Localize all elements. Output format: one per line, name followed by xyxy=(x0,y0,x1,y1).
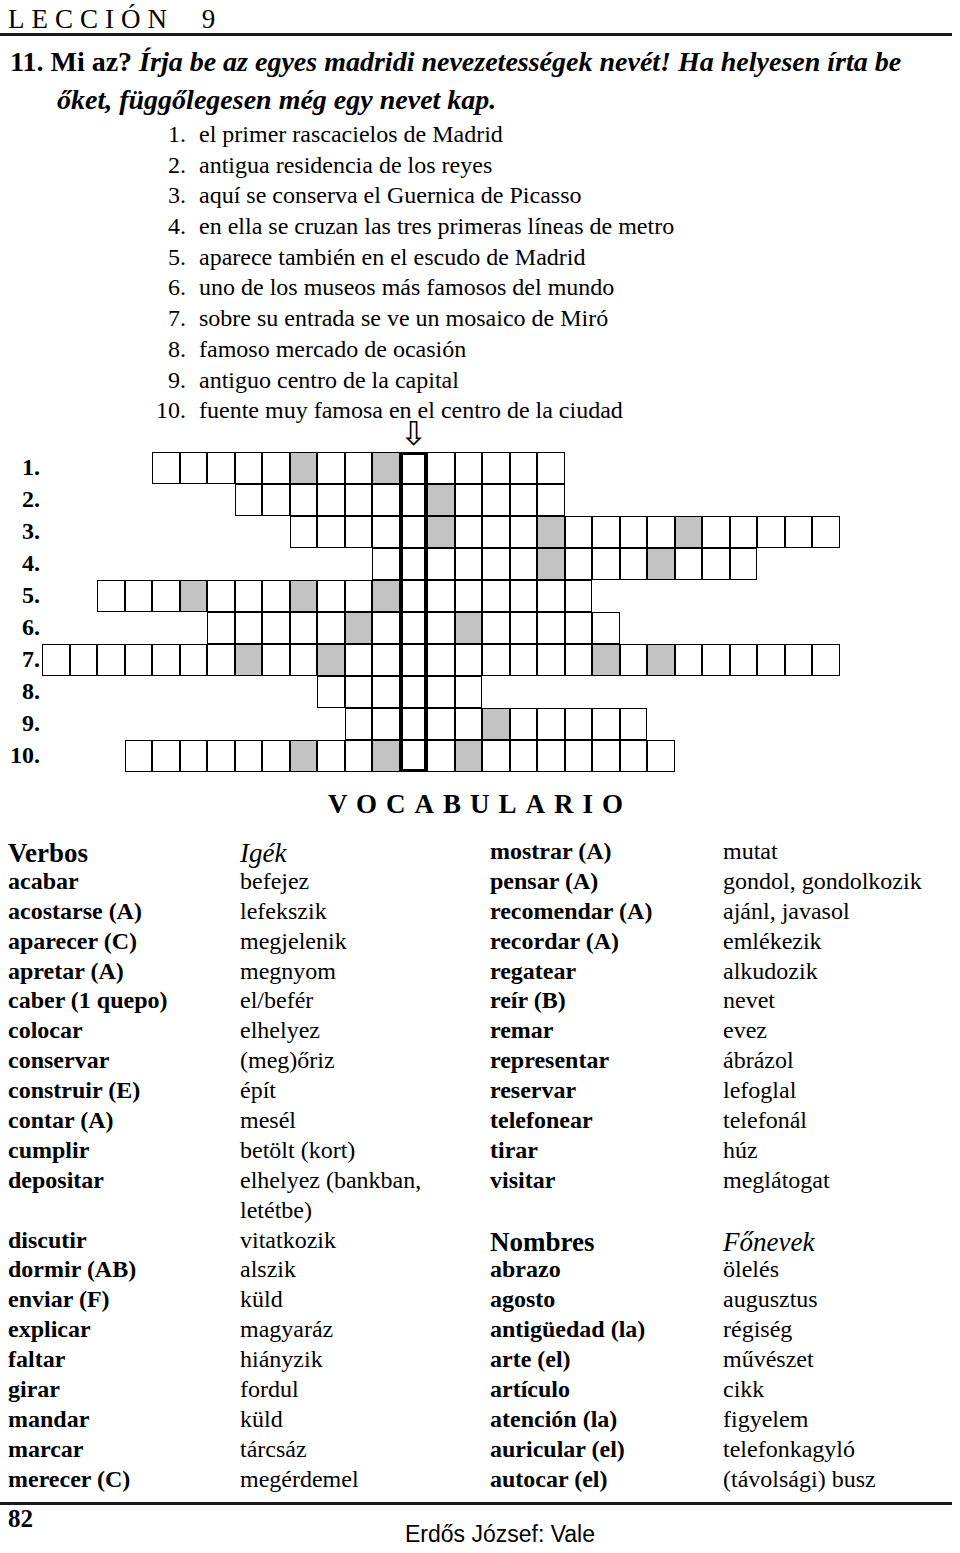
vocab-hu: hiányzik xyxy=(240,1346,323,1373)
grid-cell[interactable] xyxy=(262,484,290,516)
grid-cell[interactable] xyxy=(317,612,345,644)
gray-cell[interactable] xyxy=(290,740,318,772)
vocabulario-heading: VOCABULARIO xyxy=(0,789,960,820)
clues-list: 1.el primer rascacielos de Madrid2.antig… xyxy=(130,121,674,428)
grid-cell[interactable] xyxy=(290,644,318,676)
grid-cell[interactable] xyxy=(675,644,703,676)
grid-cell[interactable] xyxy=(565,740,593,772)
grid-cell[interactable] xyxy=(317,740,345,772)
gray-cell[interactable] xyxy=(372,452,400,484)
clue-number: 6. xyxy=(130,274,186,301)
grid-cell[interactable] xyxy=(565,580,593,612)
solution-cell[interactable] xyxy=(400,708,428,740)
gray-cell[interactable] xyxy=(537,516,565,548)
clue-text: aparece también en el escudo de Madrid xyxy=(199,244,585,270)
grid-cell[interactable] xyxy=(345,676,373,708)
grid-cell[interactable] xyxy=(455,516,483,548)
vocab-hu: augusztus xyxy=(723,1286,818,1313)
clue-text: aquí se conserva el Guernica de Picasso xyxy=(199,182,582,208)
grid-cell[interactable] xyxy=(455,452,483,484)
vocab-hu: ábrázol xyxy=(723,1047,794,1074)
vocab-es: marcar xyxy=(8,1436,84,1463)
grid-cell[interactable] xyxy=(427,612,455,644)
vocab-es: regatear xyxy=(490,958,576,985)
vocab-hu: (meg)őriz xyxy=(240,1047,335,1074)
grid-cell[interactable] xyxy=(620,708,648,740)
grid-cell[interactable] xyxy=(510,452,538,484)
gray-cell[interactable] xyxy=(235,644,263,676)
gray-cell[interactable] xyxy=(345,612,373,644)
vocab-es: acostarse (A) xyxy=(8,898,142,925)
vocab-hu: lefoglal xyxy=(723,1077,796,1104)
grid-cell[interactable] xyxy=(482,740,510,772)
grid-cell[interactable] xyxy=(290,612,318,644)
vocab-es: Nombres xyxy=(490,1227,595,1258)
vocab-hu: evez xyxy=(723,1017,767,1044)
grid-cell[interactable] xyxy=(537,612,565,644)
grid-cell[interactable] xyxy=(427,740,455,772)
vocab-es: autocar (el) xyxy=(490,1466,608,1493)
grid-cell[interactable] xyxy=(235,740,263,772)
vocab-es: visitar xyxy=(490,1167,555,1194)
vocab-hu: magyaráz xyxy=(240,1316,333,1343)
grid-cell[interactable] xyxy=(372,644,400,676)
grid-cell[interactable] xyxy=(757,644,785,676)
vocab-es: reservar xyxy=(490,1077,576,1104)
grid-cell[interactable] xyxy=(647,516,675,548)
grid-cell[interactable] xyxy=(537,452,565,484)
grid-cell[interactable] xyxy=(207,644,235,676)
grid-cell[interactable] xyxy=(180,452,208,484)
clue-text: uno de los museos más famosos del mundo xyxy=(199,274,614,300)
grid-cell[interactable] xyxy=(757,516,785,548)
clue-number: 10. xyxy=(130,397,186,424)
solution-cell[interactable] xyxy=(400,612,428,644)
vocab-es: acabar xyxy=(8,868,79,895)
vocab-hu: cikk xyxy=(723,1376,764,1403)
clue-number: 8. xyxy=(130,336,186,363)
footer-rule xyxy=(0,1502,952,1505)
grid-cell[interactable] xyxy=(235,484,263,516)
vocab-es: enviar (F) xyxy=(8,1286,110,1313)
grid-cell[interactable] xyxy=(730,548,758,580)
grid-cell[interactable] xyxy=(537,484,565,516)
gray-cell[interactable] xyxy=(455,740,483,772)
grid-cell[interactable] xyxy=(427,452,455,484)
grid-cell[interactable] xyxy=(482,612,510,644)
vocab-hu: telefonál xyxy=(723,1107,807,1134)
grid-cell[interactable] xyxy=(702,548,730,580)
vocab-es: discutir xyxy=(8,1227,87,1254)
vocab-hu: mutat xyxy=(723,838,778,865)
vocab-es: mostrar (A) xyxy=(490,838,612,865)
grid-cell[interactable] xyxy=(152,580,180,612)
grid-cell[interactable] xyxy=(372,548,400,580)
grid-cell[interactable] xyxy=(317,580,345,612)
vocab-hu: el/befér xyxy=(240,987,313,1014)
grid-cell[interactable] xyxy=(482,644,510,676)
gray-cell[interactable] xyxy=(455,612,483,644)
clue-line: 7.sobre su entrada se ve un mosaico de M… xyxy=(130,305,674,336)
clue-text: en ella se cruzan las tres primeras líne… xyxy=(199,213,674,239)
grid-cell[interactable] xyxy=(427,644,455,676)
grid-cell[interactable] xyxy=(97,580,125,612)
vocab-es: dormir (AB) xyxy=(8,1256,136,1283)
vocab-hu: telefonkagyló xyxy=(723,1436,855,1463)
vocab-es: caber (1 quepo) xyxy=(8,987,168,1014)
gray-cell[interactable] xyxy=(427,484,455,516)
grid-cell[interactable] xyxy=(730,516,758,548)
gray-cell[interactable] xyxy=(647,548,675,580)
grid-cell[interactable] xyxy=(152,452,180,484)
vocab-hu: figyelem xyxy=(723,1406,808,1433)
vocab-es: atención (la) xyxy=(490,1406,617,1433)
vocab-es: abrazo xyxy=(490,1256,561,1283)
grid-cell[interactable] xyxy=(620,548,648,580)
solution-cell[interactable] xyxy=(400,676,428,708)
task-instruction-line1: Írja be az egyes madridi nevezetességek … xyxy=(139,46,901,77)
down-arrow-icon: ⇩ xyxy=(399,417,428,450)
clue-number: 4. xyxy=(130,213,186,240)
lesson-header: LECCIÓN 9 xyxy=(8,4,222,35)
grid-cell[interactable] xyxy=(235,452,263,484)
clue-line: 4.en ella se cruzan las tres primeras lí… xyxy=(130,213,674,244)
grid-cell[interactable] xyxy=(152,644,180,676)
grid-cell[interactable] xyxy=(510,644,538,676)
row-label: 7. xyxy=(0,646,40,673)
clue-line: 5.aparece también en el escudo de Madrid xyxy=(130,244,674,275)
vocab-es: depositar xyxy=(8,1167,104,1194)
clue-number: 1. xyxy=(130,121,186,148)
grid-cell[interactable] xyxy=(592,740,620,772)
grid-cell[interactable] xyxy=(42,644,70,676)
clue-line: 6.uno de los museos más famosos del mund… xyxy=(130,274,674,305)
grid-cell[interactable] xyxy=(675,548,703,580)
grid-cell[interactable] xyxy=(812,644,840,676)
vocab-hu: alkudozik xyxy=(723,958,818,985)
vocab-es: auricular (el) xyxy=(490,1436,625,1463)
grid-cell[interactable] xyxy=(290,516,318,548)
grid-cell[interactable] xyxy=(262,612,290,644)
grid-cell[interactable] xyxy=(565,644,593,676)
grid-cell[interactable] xyxy=(482,580,510,612)
grid-cell[interactable] xyxy=(565,548,593,580)
grid-cell[interactable] xyxy=(812,516,840,548)
clue-text: el primer rascacielos de Madrid xyxy=(199,121,503,147)
grid-cell[interactable] xyxy=(372,516,400,548)
vocab-es: cumplir xyxy=(8,1137,89,1164)
vocab-es: tirar xyxy=(490,1137,538,1164)
vocab-es: aparecer (C) xyxy=(8,928,137,955)
clue-number: 5. xyxy=(130,244,186,271)
solution-cell[interactable] xyxy=(400,548,428,580)
vocab-es: explicar xyxy=(8,1316,91,1343)
solution-cell[interactable] xyxy=(400,484,428,516)
clue-text: famoso mercado de ocasión xyxy=(199,336,466,362)
grid-cell[interactable] xyxy=(482,452,510,484)
vocab-es: recomendar (A) xyxy=(490,898,652,925)
row-label: 8. xyxy=(0,678,40,705)
grid-cell[interactable] xyxy=(207,452,235,484)
grid-cell[interactable] xyxy=(510,580,538,612)
grid-cell[interactable] xyxy=(537,644,565,676)
grid-cell[interactable] xyxy=(482,516,510,548)
row-label: 2. xyxy=(0,486,40,513)
vocab-hu: elhelyez (bankban, xyxy=(240,1167,421,1194)
grid-cell[interactable] xyxy=(180,644,208,676)
textbook-page: LECCIÓN 9 11. Mi az? Írja be az egyes ma… xyxy=(0,0,960,1553)
grid-cell[interactable] xyxy=(427,708,455,740)
vocab-hu: betölt (kort) xyxy=(240,1137,355,1164)
vocab-hu: emlékezik xyxy=(723,928,822,955)
gray-cell[interactable] xyxy=(537,548,565,580)
vocab-es: colocar xyxy=(8,1017,83,1044)
clue-line: 8.famoso mercado de ocasión xyxy=(130,336,674,367)
row-label: 1. xyxy=(0,454,40,481)
grid-cell[interactable] xyxy=(620,516,648,548)
grid-cell[interactable] xyxy=(345,580,373,612)
grid-cell[interactable] xyxy=(620,644,648,676)
vocab-es: conservar xyxy=(8,1047,109,1074)
grid-cell[interactable] xyxy=(455,708,483,740)
grid-cell[interactable] xyxy=(152,740,180,772)
row-label: 6. xyxy=(0,614,40,641)
vocab-hu: megnyom xyxy=(240,958,336,985)
grid-cell[interactable] xyxy=(455,580,483,612)
clue-line: 2.antigua residencia de los reyes xyxy=(130,152,674,183)
vocab-hu: Igék xyxy=(240,838,286,869)
grid-cell[interactable] xyxy=(345,708,373,740)
vocab-es: reír (B) xyxy=(490,987,566,1014)
vocab-es: remar xyxy=(490,1017,554,1044)
vocab-es: contar (A) xyxy=(8,1107,114,1134)
grid-cell[interactable] xyxy=(730,644,758,676)
grid-cell[interactable] xyxy=(592,612,620,644)
grid-cell[interactable] xyxy=(207,580,235,612)
grid-cell[interactable] xyxy=(345,452,373,484)
solution-cell[interactable] xyxy=(400,644,428,676)
vocab-hu: vitatkozik xyxy=(240,1227,336,1254)
vocab-hu: mesél xyxy=(240,1107,296,1134)
grid-cell[interactable] xyxy=(207,612,235,644)
grid-cell[interactable] xyxy=(537,708,565,740)
gray-cell[interactable] xyxy=(372,580,400,612)
vocab-hu: művészet xyxy=(723,1346,814,1373)
grid-cell[interactable] xyxy=(537,740,565,772)
vocab-hu: ajánl, javasol xyxy=(723,898,850,925)
grid-cell[interactable] xyxy=(345,644,373,676)
solution-cell[interactable] xyxy=(400,452,428,484)
grid-cell[interactable] xyxy=(427,548,455,580)
grid-cell[interactable] xyxy=(510,516,538,548)
vocab-es: faltar xyxy=(8,1346,65,1373)
gray-cell[interactable] xyxy=(372,740,400,772)
vocab-hu: meglátogat xyxy=(723,1167,830,1194)
clue-line: 1.el primer rascacielos de Madrid xyxy=(130,121,674,152)
grid-cell[interactable] xyxy=(785,644,813,676)
grid-cell[interactable] xyxy=(125,580,153,612)
grid-cell[interactable] xyxy=(345,740,373,772)
vocab-hu: (távolsági) busz xyxy=(723,1466,876,1493)
vocab-hu: nevet xyxy=(723,987,775,1014)
grid-cell[interactable] xyxy=(97,644,125,676)
grid-cell[interactable] xyxy=(482,484,510,516)
clue-number: 2. xyxy=(130,152,186,179)
gray-cell[interactable] xyxy=(290,580,318,612)
vocab-es: construir (E) xyxy=(8,1077,140,1104)
grid-cell[interactable] xyxy=(482,548,510,580)
grid-cell[interactable] xyxy=(207,740,235,772)
grid-cell[interactable] xyxy=(372,676,400,708)
grid-cell[interactable] xyxy=(702,516,730,548)
grid-cell[interactable] xyxy=(262,740,290,772)
grid-cell[interactable] xyxy=(262,644,290,676)
clue-text: sobre su entrada se ve un mosaico de Mir… xyxy=(199,305,608,331)
vocab-es: antigüedad (la) xyxy=(490,1316,645,1343)
grid-cell[interactable] xyxy=(455,484,483,516)
solution-cell[interactable] xyxy=(400,580,428,612)
vocab-hu: megjelenik xyxy=(240,928,347,955)
vocab-hu: küld xyxy=(240,1286,283,1313)
grid-cell[interactable] xyxy=(372,612,400,644)
grid-cell[interactable] xyxy=(427,580,455,612)
grid-cell[interactable] xyxy=(592,548,620,580)
gray-cell[interactable] xyxy=(317,644,345,676)
row-label: 9. xyxy=(0,710,40,737)
task-instruction-line2: őket, függőlegesen még egy nevet kap. xyxy=(57,84,496,116)
vocab-es: mandar xyxy=(8,1406,89,1433)
clue-number: 7. xyxy=(130,305,186,332)
vocab-es: recordar (A) xyxy=(490,928,619,955)
grid-cell[interactable] xyxy=(125,740,153,772)
gray-cell[interactable] xyxy=(290,452,318,484)
vocab-hu: ölelés xyxy=(723,1256,779,1283)
vocab-es: telefonear xyxy=(490,1107,593,1134)
vocab-hu: fordul xyxy=(240,1376,299,1403)
vocab-es: agosto xyxy=(490,1286,555,1313)
gray-cell[interactable] xyxy=(180,580,208,612)
vocab-es: artículo xyxy=(490,1376,570,1403)
grid-cell[interactable] xyxy=(345,484,373,516)
grid-cell[interactable] xyxy=(510,548,538,580)
vocab-es: pensar (A) xyxy=(490,868,598,895)
vocab-es: merecer (C) xyxy=(8,1466,130,1493)
grid-cell[interactable] xyxy=(565,516,593,548)
vocab-es: representar xyxy=(490,1047,609,1074)
clue-text: antigua residencia de los reyes xyxy=(199,152,492,178)
row-label: 10. xyxy=(0,742,40,769)
vocab-es: apretar (A) xyxy=(8,958,124,985)
vocab-hu: húz xyxy=(723,1137,758,1164)
grid-cell[interactable] xyxy=(510,612,538,644)
grid-cell[interactable] xyxy=(125,644,153,676)
gray-cell[interactable] xyxy=(592,644,620,676)
grid-cell[interactable] xyxy=(317,484,345,516)
grid-cell[interactable] xyxy=(235,612,263,644)
grid-cell[interactable] xyxy=(235,580,263,612)
vocab-hu: épít xyxy=(240,1077,276,1104)
grid-cell[interactable] xyxy=(565,708,593,740)
grid-cell[interactable] xyxy=(372,484,400,516)
grid-cell[interactable] xyxy=(510,484,538,516)
grid-cell[interactable] xyxy=(565,612,593,644)
grid-cell[interactable] xyxy=(620,740,648,772)
gray-cell[interactable] xyxy=(647,644,675,676)
header-rule xyxy=(0,33,952,36)
crossword-grid xyxy=(42,452,840,772)
vocab-es: arte (el) xyxy=(490,1346,571,1373)
grid-cell[interactable] xyxy=(427,676,455,708)
gray-cell[interactable] xyxy=(482,708,510,740)
vocab-hu: tárcsáz xyxy=(240,1436,307,1463)
vocab-hu: letétbe) xyxy=(240,1197,312,1224)
gray-cell[interactable] xyxy=(675,516,703,548)
grid-cell[interactable] xyxy=(785,516,813,548)
row-label: 4. xyxy=(0,550,40,577)
grid-cell[interactable] xyxy=(70,644,98,676)
vocab-hu: gondol, gondolkozik xyxy=(723,868,922,895)
grid-cell[interactable] xyxy=(317,452,345,484)
grid-cell[interactable] xyxy=(455,644,483,676)
grid-cell[interactable] xyxy=(290,484,318,516)
grid-cell[interactable] xyxy=(372,708,400,740)
grid-cell[interactable] xyxy=(180,740,208,772)
grid-cell[interactable] xyxy=(592,708,620,740)
task-number: 11. xyxy=(10,46,43,77)
task-question: Mi az? xyxy=(50,46,132,77)
grid-cell[interactable] xyxy=(537,580,565,612)
task-title: 11. Mi az? Írja be az egyes madridi neve… xyxy=(10,46,901,78)
vocab-es: girar xyxy=(8,1376,60,1403)
row-label: 3. xyxy=(0,518,40,545)
grid-cell[interactable] xyxy=(510,708,538,740)
grid-cell[interactable] xyxy=(262,452,290,484)
vocab-hu: Főnevek xyxy=(723,1227,814,1258)
vocab-hu: alszik xyxy=(240,1256,296,1283)
solution-cell[interactable] xyxy=(400,740,428,772)
grid-cell[interactable] xyxy=(510,740,538,772)
grid-cell[interactable] xyxy=(702,644,730,676)
grid-cell[interactable] xyxy=(317,676,345,708)
grid-cell[interactable] xyxy=(345,516,373,548)
vocab-hu: régiség xyxy=(723,1316,792,1343)
vocab-hu: elhelyez xyxy=(240,1017,320,1044)
vocab-hu: lefekszik xyxy=(240,898,327,925)
clue-number: 9. xyxy=(130,367,186,394)
footer-credit: Erdős József: Vale xyxy=(0,1521,960,1548)
vocab-hu: megérdemel xyxy=(240,1466,359,1493)
clue-number: 3. xyxy=(130,182,186,209)
grid-cell[interactable] xyxy=(317,516,345,548)
solution-cell[interactable] xyxy=(400,516,428,548)
clue-line: 3.aquí se conserva el Guernica de Picass… xyxy=(130,182,674,213)
row-label: 5. xyxy=(0,582,40,609)
grid-cell[interactable] xyxy=(592,516,620,548)
grid-cell[interactable] xyxy=(262,580,290,612)
clue-line: 9.antiguo centro de la capital xyxy=(130,367,674,398)
vocab-es: Verbos xyxy=(8,838,88,869)
grid-cell[interactable] xyxy=(647,740,675,772)
gray-cell[interactable] xyxy=(427,516,455,548)
grid-cell[interactable] xyxy=(455,676,483,708)
grid-cell[interactable] xyxy=(455,548,483,580)
clue-text: antiguo centro de la capital xyxy=(199,367,459,393)
vocab-hu: befejez xyxy=(240,868,309,895)
vocab-hu: küld xyxy=(240,1406,283,1433)
